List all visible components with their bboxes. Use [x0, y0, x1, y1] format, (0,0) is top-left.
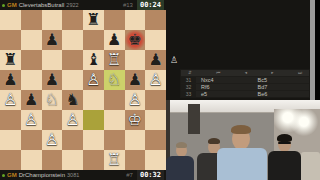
square-h6[interactable]: ♟	[145, 50, 166, 70]
square-c3[interactable]	[42, 110, 63, 130]
black-move[interactable]: Bc5	[253, 77, 310, 83]
square-d2[interactable]	[62, 130, 83, 150]
webcam-person-4-hair	[277, 134, 292, 142]
square-h1[interactable]	[145, 150, 166, 170]
square-h3[interactable]	[145, 110, 166, 130]
square-c5[interactable]: ♟	[42, 70, 63, 90]
webcam-person-4-torso	[268, 151, 301, 180]
square-f2[interactable]	[104, 130, 125, 150]
stream-frame: GM ClevertabsButrall 2922 #13 00:24 ♜♟♟♚…	[0, 0, 320, 180]
clock-top: 00:24	[137, 0, 164, 10]
player-name-link[interactable]: DrChampionstein	[19, 170, 65, 180]
square-e2[interactable]	[83, 130, 104, 150]
last-move-icon[interactable]: ⏭	[298, 70, 302, 76]
white-move[interactable]: Nxc4	[196, 77, 253, 83]
player-bar-top: GM ClevertabsButrall 2922 #13 00:24	[0, 0, 166, 10]
webcam-player-hair	[231, 125, 251, 134]
square-a1[interactable]	[0, 150, 21, 170]
first-move-icon[interactable]: ⏮	[216, 70, 220, 76]
online-indicator-icon	[2, 4, 5, 7]
square-c1[interactable]	[42, 150, 63, 170]
side-panel: ♙ ⇵⏮◂▸⏭ 31Nxc4Bc532Rf6Bd733e5Be6	[166, 0, 320, 180]
square-a3[interactable]	[0, 110, 21, 130]
square-g7[interactable]: ♚	[125, 30, 146, 50]
webcam-person-2-hair	[208, 138, 220, 144]
webcam-video	[166, 100, 320, 180]
move-row: 32Rf6Bd7	[181, 83, 309, 90]
clock-bottom: 00:32	[137, 170, 164, 180]
white-move[interactable]: Rf6	[196, 84, 253, 90]
doorway	[188, 104, 200, 134]
move-number: 31	[181, 77, 196, 83]
square-a7[interactable]	[0, 30, 21, 50]
square-a8[interactable]	[0, 10, 21, 30]
square-e3[interactable]	[83, 110, 104, 130]
player-name-link[interactable]: ClevertabsButrall	[19, 0, 65, 10]
square-b6[interactable]	[21, 50, 42, 70]
player-rating: 2922	[66, 0, 78, 10]
player-title: GM	[7, 0, 17, 10]
square-e4[interactable]	[83, 90, 104, 110]
move-row: 31Nxc4Bc5	[181, 76, 309, 83]
webcam-player-torso	[217, 148, 267, 180]
black-move[interactable]: Be6	[253, 91, 310, 97]
square-f6[interactable]: ♖	[104, 50, 125, 70]
square-b2[interactable]	[21, 130, 42, 150]
board: ♜♟♟♚♜♝♖♟♟♟♙♘♟♙♙♟♘♞♙♙♙♔♙♖	[0, 10, 166, 170]
move-list: 31Nxc4Bc532Rf6Bd733e5Be6	[181, 76, 309, 97]
move-number: 32	[181, 84, 196, 90]
move-row: 33e5Be6	[181, 90, 309, 97]
pawn-icon: ♙	[170, 55, 178, 65]
square-g4[interactable]: ♙	[125, 90, 146, 110]
square-f5[interactable]: ♘	[104, 70, 125, 90]
square-c6[interactable]	[42, 50, 63, 70]
square-f8[interactable]	[104, 10, 125, 30]
prev-move-icon[interactable]: ◂	[245, 70, 247, 76]
tournament-rank: #13	[123, 0, 133, 10]
square-e6[interactable]: ♝	[83, 50, 104, 70]
square-e5[interactable]: ♙	[83, 70, 104, 90]
square-e8[interactable]: ♜	[83, 10, 104, 30]
square-f1[interactable]: ♖	[104, 150, 125, 170]
square-d1[interactable]	[62, 150, 83, 170]
square-h2[interactable]	[145, 130, 166, 150]
next-move-icon[interactable]: ▸	[271, 70, 273, 76]
square-e7[interactable]	[83, 30, 104, 50]
page-edge	[315, 0, 320, 100]
square-b8[interactable]	[21, 10, 42, 30]
square-b3[interactable]: ♙	[21, 110, 42, 130]
player-title: GM	[7, 170, 17, 180]
square-a4[interactable]: ♙	[0, 90, 21, 110]
square-g1[interactable]	[125, 150, 146, 170]
square-c2[interactable]: ♙	[42, 130, 63, 150]
square-g5[interactable]: ♟	[125, 70, 146, 90]
square-d8[interactable]	[62, 10, 83, 30]
square-h7[interactable]	[145, 30, 166, 50]
square-d7[interactable]	[62, 30, 83, 50]
move-number: 33	[181, 91, 196, 97]
square-h5[interactable]: ♙	[145, 70, 166, 90]
square-a2[interactable]	[0, 130, 21, 150]
sofa	[301, 152, 320, 180]
square-g3[interactable]: ♔	[125, 110, 146, 130]
square-c7[interactable]: ♟	[42, 30, 63, 50]
square-a5[interactable]: ♟	[0, 70, 21, 90]
webcam-person-4-glasses	[278, 142, 291, 144]
move-list-panel: ⇵⏮◂▸⏭ 31Nxc4Bc532Rf6Bd733e5Be6	[180, 69, 310, 98]
square-f3[interactable]	[104, 110, 125, 130]
square-b5[interactable]	[21, 70, 42, 90]
player-bar-bottom: GM DrChampionstein 3081 #7 00:32	[0, 170, 166, 180]
flip-board-icon[interactable]: ⇵	[188, 70, 192, 76]
square-d3[interactable]: ♙	[62, 110, 83, 130]
square-g8[interactable]	[125, 10, 146, 30]
white-move[interactable]: e5	[196, 91, 253, 97]
square-c4[interactable]: ♘	[42, 90, 63, 110]
square-f4[interactable]	[104, 90, 125, 110]
square-d4[interactable]: ♞	[62, 90, 83, 110]
square-a6[interactable]: ♜	[0, 50, 21, 70]
game-area: GM ClevertabsButrall 2922 #13 00:24 ♜♟♟♚…	[0, 0, 166, 180]
webcam-person-1-torso	[166, 156, 194, 180]
square-b1[interactable]	[21, 150, 42, 170]
square-b7[interactable]	[21, 30, 42, 50]
player-rating: 3081	[67, 170, 79, 180]
online-indicator-icon	[2, 174, 5, 177]
square-g6[interactable]	[125, 50, 146, 70]
square-f7[interactable]: ♟	[104, 30, 125, 50]
black-move[interactable]: Bd7	[253, 84, 310, 90]
square-e1[interactable]	[83, 150, 104, 170]
square-g2[interactable]	[125, 130, 146, 150]
square-h8[interactable]	[145, 10, 166, 30]
square-c8[interactable]	[42, 10, 63, 30]
square-d5[interactable]	[62, 70, 83, 90]
webcam-person-1-hair	[176, 142, 187, 148]
square-b4[interactable]: ♟	[21, 90, 42, 110]
square-d6[interactable]	[62, 50, 83, 70]
square-h4[interactable]	[145, 90, 166, 110]
tournament-rank: #7	[126, 170, 133, 180]
